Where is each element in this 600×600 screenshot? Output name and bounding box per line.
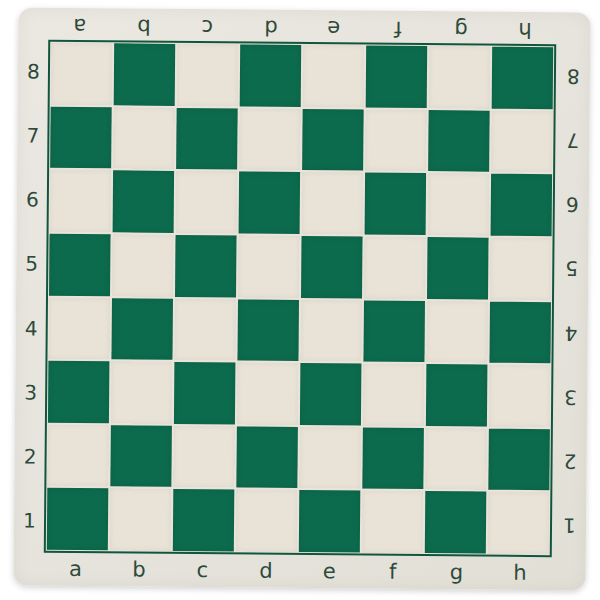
file-labels-bottom: abcdefgh xyxy=(44,554,552,588)
square-d1[interactable] xyxy=(236,490,298,552)
square-f3[interactable] xyxy=(363,364,425,426)
file-label-bottom-g: g xyxy=(450,560,464,584)
square-d8[interactable] xyxy=(240,44,302,106)
square-f6[interactable] xyxy=(365,173,427,235)
square-e4[interactable] xyxy=(300,299,362,361)
rank-label-left-cell-5: 5 xyxy=(18,232,46,296)
board-frame xyxy=(44,40,556,557)
square-e6[interactable] xyxy=(302,172,364,234)
rank-label-right-cell-6: 6 xyxy=(558,172,588,236)
file-labels-top: abcdefgh xyxy=(48,11,556,44)
rank-label-left-7: 7 xyxy=(26,124,39,148)
square-a4[interactable] xyxy=(48,297,110,359)
square-b4[interactable] xyxy=(111,298,173,360)
square-b1[interactable] xyxy=(110,489,172,551)
file-label-top-b: b xyxy=(137,14,151,38)
rank-label-left-cell-6: 6 xyxy=(19,168,47,232)
square-e1[interactable] xyxy=(299,490,361,552)
rank-label-left-cell-8: 8 xyxy=(20,40,48,104)
file-label-top-cell-c: c xyxy=(175,12,239,42)
square-g2[interactable] xyxy=(425,428,487,490)
board-mat: abcdefgh 87654321 87654321 abcdefgh xyxy=(13,8,590,591)
square-h3[interactable] xyxy=(489,365,551,427)
file-label-bottom-cell-e: e xyxy=(297,556,361,587)
rank-label-right-cell-1: 1 xyxy=(555,493,585,557)
file-label-top-g: g xyxy=(454,17,468,41)
square-c5[interactable] xyxy=(175,235,237,297)
square-f1[interactable] xyxy=(362,491,424,553)
file-label-bottom-b: b xyxy=(132,558,146,582)
rank-label-right-4: 4 xyxy=(565,321,578,345)
file-label-top-e: e xyxy=(328,16,341,40)
square-c6[interactable] xyxy=(176,171,238,233)
square-e2[interactable] xyxy=(299,427,361,489)
square-c1[interactable] xyxy=(173,489,235,551)
square-e5[interactable] xyxy=(301,236,363,298)
rank-label-right-6: 6 xyxy=(566,193,579,217)
square-a3[interactable] xyxy=(48,361,110,423)
rank-label-left-cell-3: 3 xyxy=(17,360,45,424)
square-h7[interactable] xyxy=(491,110,553,172)
square-g1[interactable] xyxy=(425,491,487,553)
square-h4[interactable] xyxy=(489,301,551,363)
rank-label-left-cell-1: 1 xyxy=(16,488,44,552)
square-b7[interactable] xyxy=(113,107,175,169)
rank-label-left-1: 1 xyxy=(23,509,36,533)
square-d2[interactable] xyxy=(236,426,298,488)
square-g6[interactable] xyxy=(428,173,490,235)
rank-label-right-7: 7 xyxy=(566,128,579,152)
square-a1[interactable] xyxy=(47,488,109,550)
square-h2[interactable] xyxy=(488,428,550,490)
rank-labels-left: 87654321 xyxy=(16,40,47,553)
rank-label-right-cell-4: 4 xyxy=(556,301,586,365)
file-label-bottom-cell-b: b xyxy=(107,554,171,585)
file-label-bottom-e: e xyxy=(323,559,336,583)
file-label-bottom-cell-d: d xyxy=(234,555,298,586)
square-f7[interactable] xyxy=(365,109,427,171)
rank-label-right-cell-7: 7 xyxy=(558,108,588,172)
rank-label-left-4: 4 xyxy=(25,316,38,340)
rank-label-left-5: 5 xyxy=(25,252,38,276)
square-d3[interactable] xyxy=(237,363,299,425)
file-label-top-c: c xyxy=(201,15,213,39)
square-d7[interactable] xyxy=(239,108,301,170)
square-g7[interactable] xyxy=(428,110,490,172)
rank-label-right-cell-8: 8 xyxy=(559,44,589,108)
file-label-bottom-f: f xyxy=(389,560,397,584)
square-b6[interactable] xyxy=(113,171,175,233)
rank-labels-right: 87654321 xyxy=(555,44,588,557)
rank-label-right-8: 8 xyxy=(567,64,580,88)
square-g4[interactable] xyxy=(426,301,488,363)
square-c4[interactable] xyxy=(174,298,236,360)
square-e3[interactable] xyxy=(300,363,362,425)
square-h6[interactable] xyxy=(491,174,553,236)
square-e7[interactable] xyxy=(302,109,364,171)
rank-label-left-cell-4: 4 xyxy=(17,296,45,360)
rank-label-right-5: 5 xyxy=(565,257,578,281)
rank-label-right-3: 3 xyxy=(564,385,577,409)
square-g5[interactable] xyxy=(427,237,489,299)
square-c8[interactable] xyxy=(177,44,239,106)
file-label-top-cell-g: g xyxy=(429,14,493,44)
file-label-bottom-cell-c: c xyxy=(171,555,235,586)
file-label-top-cell-d: d xyxy=(239,12,303,42)
square-a6[interactable] xyxy=(50,170,112,232)
square-c7[interactable] xyxy=(176,108,238,170)
rank-label-right-1: 1 xyxy=(563,513,576,537)
file-label-top-d: d xyxy=(264,15,278,39)
rank-label-left-cell-2: 2 xyxy=(16,424,44,488)
file-label-bottom-cell-a: a xyxy=(44,554,108,585)
square-e8[interactable] xyxy=(303,45,365,107)
square-b3[interactable] xyxy=(111,361,173,423)
rank-label-left-3: 3 xyxy=(24,380,37,404)
rank-label-right-cell-2: 2 xyxy=(555,429,585,493)
file-label-bottom-cell-f: f xyxy=(361,557,425,588)
square-a8[interactable] xyxy=(51,43,113,105)
square-h8[interactable] xyxy=(492,47,554,109)
rank-label-right-2: 2 xyxy=(564,449,577,473)
square-d6[interactable] xyxy=(239,172,301,234)
rank-label-right-cell-5: 5 xyxy=(557,237,587,301)
square-h5[interactable] xyxy=(490,238,552,300)
file-label-bottom-d: d xyxy=(259,559,273,583)
square-b5[interactable] xyxy=(112,234,174,296)
file-label-top-cell-a: a xyxy=(48,11,112,41)
file-label-top-h: h xyxy=(518,17,532,41)
file-label-top-cell-f: f xyxy=(366,14,430,44)
square-c2[interactable] xyxy=(173,426,235,488)
file-label-top-cell-h: h xyxy=(493,15,557,45)
file-label-top-a: a xyxy=(74,13,87,37)
square-c3[interactable] xyxy=(174,362,236,424)
file-label-top-cell-b: b xyxy=(112,11,176,41)
file-label-bottom-a: a xyxy=(69,557,82,581)
chess-board xyxy=(46,42,554,555)
square-f5[interactable] xyxy=(364,236,426,298)
file-label-bottom-cell-h: h xyxy=(488,558,552,589)
square-d4[interactable] xyxy=(237,299,299,361)
product-photo-stage: abcdefgh 87654321 87654321 abcdefgh xyxy=(0,0,600,600)
square-f8[interactable] xyxy=(366,46,428,108)
square-h1[interactable] xyxy=(488,492,550,554)
rank-label-left-2: 2 xyxy=(24,444,37,468)
square-b2[interactable] xyxy=(110,425,172,487)
square-g3[interactable] xyxy=(426,364,488,426)
square-g8[interactable] xyxy=(429,46,491,108)
rank-label-left-6: 6 xyxy=(26,188,39,212)
square-a2[interactable] xyxy=(47,425,109,487)
square-a7[interactable] xyxy=(50,106,112,168)
rank-label-left-cell-7: 7 xyxy=(19,104,47,168)
square-a5[interactable] xyxy=(49,234,111,296)
file-label-bottom-c: c xyxy=(196,558,208,582)
file-label-top-cell-e: e xyxy=(302,13,366,43)
square-f4[interactable] xyxy=(363,300,425,362)
rank-label-right-cell-3: 3 xyxy=(556,365,586,429)
square-f2[interactable] xyxy=(362,427,424,489)
rank-label-left-8: 8 xyxy=(27,60,40,84)
square-d5[interactable] xyxy=(238,235,300,297)
file-label-bottom-cell-g: g xyxy=(424,557,488,588)
file-label-top-f: f xyxy=(394,16,402,40)
file-label-bottom-h: h xyxy=(513,561,527,585)
square-b8[interactable] xyxy=(114,43,176,105)
